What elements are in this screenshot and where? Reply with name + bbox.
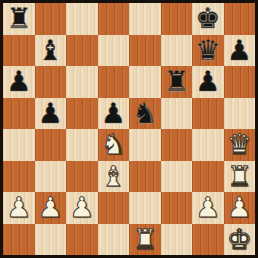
square-d7[interactable] [98,35,130,67]
piece-black-rook: ♜ [6,3,31,35]
square-g1[interactable] [192,224,224,256]
square-e3[interactable] [129,161,161,193]
piece-black-pawn: ♟ [6,66,31,98]
square-a1[interactable] [3,224,35,256]
square-d1[interactable] [98,224,130,256]
piece-white-rook: ♜ [132,224,157,256]
piece-black-pawn: ♟ [195,66,220,98]
chess-board-frame: ♜♚♝♛♟♟♜♟♟♟♞♞♛♝♜♟♟♟♟♟♜♚ [0,0,258,258]
square-g5[interactable] [192,98,224,130]
piece-white-bishop: ♝ [101,161,126,193]
square-b8[interactable] [35,3,67,35]
square-e7[interactable] [129,35,161,67]
piece-black-rook: ♜ [164,66,189,98]
piece-white-pawn: ♟ [69,192,94,224]
square-e6[interactable] [129,66,161,98]
square-e4[interactable] [129,129,161,161]
square-f4[interactable] [161,129,193,161]
square-f2[interactable] [161,192,193,224]
square-f3[interactable] [161,161,193,193]
piece-white-queen: ♛ [227,129,252,161]
square-h7[interactable]: ♟ [224,35,256,67]
square-a4[interactable] [3,129,35,161]
piece-white-knight: ♞ [101,129,126,161]
square-c1[interactable] [66,224,98,256]
square-a2[interactable]: ♟ [3,192,35,224]
square-a6[interactable]: ♟ [3,66,35,98]
piece-black-pawn: ♟ [38,98,63,130]
piece-black-bishop: ♝ [38,35,63,67]
chess-board: ♜♚♝♛♟♟♜♟♟♟♞♞♛♝♜♟♟♟♟♟♜♚ [3,3,255,255]
square-h8[interactable] [224,3,256,35]
piece-black-king: ♚ [195,3,220,35]
piece-white-king: ♚ [227,224,252,256]
square-a3[interactable] [3,161,35,193]
square-h6[interactable] [224,66,256,98]
square-a8[interactable]: ♜ [3,3,35,35]
square-g7[interactable]: ♛ [192,35,224,67]
square-h5[interactable] [224,98,256,130]
square-c4[interactable] [66,129,98,161]
square-e8[interactable] [129,3,161,35]
square-e5[interactable]: ♞ [129,98,161,130]
square-b5[interactable]: ♟ [35,98,67,130]
piece-black-queen: ♛ [195,35,220,67]
square-g3[interactable] [192,161,224,193]
square-c7[interactable] [66,35,98,67]
piece-white-pawn: ♟ [38,192,63,224]
square-d6[interactable] [98,66,130,98]
square-c8[interactable] [66,3,98,35]
square-g8[interactable]: ♚ [192,3,224,35]
square-d5[interactable]: ♟ [98,98,130,130]
piece-black-knight: ♞ [132,98,157,130]
square-c3[interactable] [66,161,98,193]
square-h2[interactable]: ♟ [224,192,256,224]
piece-white-rook: ♜ [227,161,252,193]
square-f5[interactable] [161,98,193,130]
square-f1[interactable] [161,224,193,256]
square-b4[interactable] [35,129,67,161]
square-d2[interactable] [98,192,130,224]
square-f7[interactable] [161,35,193,67]
square-f6[interactable]: ♜ [161,66,193,98]
square-f8[interactable] [161,3,193,35]
square-g4[interactable] [192,129,224,161]
square-c5[interactable] [66,98,98,130]
square-b6[interactable] [35,66,67,98]
square-d4[interactable]: ♞ [98,129,130,161]
square-b3[interactable] [35,161,67,193]
square-c2[interactable]: ♟ [66,192,98,224]
square-e1[interactable]: ♜ [129,224,161,256]
piece-black-pawn: ♟ [101,98,126,130]
square-b1[interactable] [35,224,67,256]
square-g6[interactable]: ♟ [192,66,224,98]
piece-white-pawn: ♟ [195,192,220,224]
square-h3[interactable]: ♜ [224,161,256,193]
square-a5[interactable] [3,98,35,130]
piece-white-pawn: ♟ [6,192,31,224]
square-h4[interactable]: ♛ [224,129,256,161]
square-b2[interactable]: ♟ [35,192,67,224]
piece-black-pawn: ♟ [227,35,252,67]
square-h1[interactable]: ♚ [224,224,256,256]
square-d8[interactable] [98,3,130,35]
square-b7[interactable]: ♝ [35,35,67,67]
square-d3[interactable]: ♝ [98,161,130,193]
square-e2[interactable] [129,192,161,224]
square-g2[interactable]: ♟ [192,192,224,224]
square-a7[interactable] [3,35,35,67]
square-c6[interactable] [66,66,98,98]
piece-white-pawn: ♟ [227,192,252,224]
